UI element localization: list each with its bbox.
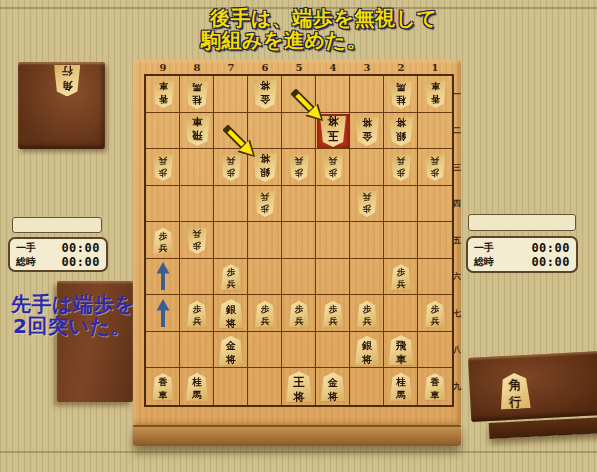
piece-桂馬[interactable]: 桂馬 — [390, 373, 412, 401]
move-time-label: 一手 — [474, 241, 494, 255]
clock-black: 一手 00:00 総時 00:00 — [466, 236, 578, 273]
board-square-4-8[interactable] — [316, 332, 350, 369]
piece-kanji: 兵 — [261, 316, 270, 328]
piece-kanji: 歩 — [363, 202, 372, 214]
piece-歩兵[interactable]: 歩兵 — [187, 301, 207, 327]
move-time-label: 一手 — [16, 241, 36, 255]
board-square-7-5[interactable] — [214, 222, 248, 259]
board-square-6-6[interactable] — [248, 259, 282, 296]
piece-kanji: 玉 — [327, 128, 339, 143]
piece-kanji: 歩 — [431, 166, 440, 178]
board-square-8-4[interactable] — [180, 186, 214, 223]
board-square-8-3[interactable] — [180, 149, 214, 186]
piece-kanji: 歩 — [261, 202, 270, 214]
piece-銀将[interactable]: 銀将 — [389, 117, 413, 146]
piece-kanji: 金 — [260, 92, 270, 106]
piece-kanji: 銀 — [260, 165, 270, 179]
board-square-7-4[interactable] — [214, 186, 248, 223]
piece-歩兵[interactable]: 歩兵 — [289, 301, 309, 327]
piece-歩兵[interactable]: 歩兵 — [289, 155, 309, 181]
clock-row: 総時 00:00 — [16, 255, 100, 269]
annotation-top: 後手は、端歩を無視して 駒組みを進めた。 — [201, 7, 437, 51]
piece-歩兵[interactable]: 歩兵 — [187, 228, 207, 254]
piece-kanji: 香 — [159, 376, 168, 389]
piece-kanji: 兵 — [159, 243, 168, 255]
piece-金将[interactable]: 金将 — [355, 117, 379, 146]
piece-kanji: 歩 — [329, 304, 338, 316]
board-square-2-7[interactable] — [384, 295, 418, 332]
board-square-1-2[interactable] — [418, 113, 452, 150]
piece-kanji: 兵 — [159, 154, 168, 166]
blue-arrow — [155, 261, 171, 292]
piece-kanji: 兵 — [193, 227, 202, 239]
tatami-seam — [0, 451, 597, 453]
rank-label-6: 六 — [453, 259, 462, 296]
piece-kanji: 香 — [431, 376, 440, 389]
board-square-2-5[interactable] — [384, 222, 418, 259]
move-time-value: 00:00 — [531, 241, 570, 255]
piece-歩兵[interactable]: 歩兵 — [425, 155, 445, 181]
rank-label-9: 九 — [453, 368, 462, 405]
total-time-value: 00:00 — [61, 255, 100, 269]
file-label-3: 3 — [350, 61, 384, 74]
piece-kanji: 歩 — [227, 166, 236, 178]
piece-kanji: 兵 — [363, 190, 372, 202]
clock-white: 一手 00:00 総時 00:00 — [8, 237, 108, 272]
clock-row: 一手 00:00 — [16, 241, 100, 255]
rank-label-4: 四 — [453, 186, 462, 223]
piece-香車[interactable]: 香車 — [153, 373, 174, 400]
file-label-9: 9 — [146, 61, 180, 74]
piece-kanji: 歩 — [227, 267, 236, 279]
board-square-1-6[interactable] — [418, 259, 452, 296]
rank-label-8: 八 — [453, 332, 462, 369]
board-square-5-5[interactable] — [282, 222, 316, 259]
rank-label-1: 一 — [453, 76, 462, 113]
rank-label-2: 二 — [453, 113, 462, 150]
piece-kanji: 車 — [192, 115, 203, 129]
piece-飛車[interactable]: 飛車 — [389, 335, 414, 365]
board-square-5-8[interactable] — [282, 332, 316, 369]
board-square-9-4[interactable] — [146, 186, 180, 223]
piece-桂馬[interactable]: 桂馬 — [186, 373, 208, 401]
piece-kanji: 桂 — [192, 376, 202, 389]
board-square-7-9[interactable] — [214, 368, 248, 405]
total-time-value: 00:00 — [531, 255, 570, 269]
board-square-3-9[interactable] — [350, 368, 384, 405]
piece-歩兵[interactable]: 歩兵 — [425, 301, 445, 327]
file-label-2: 2 — [384, 61, 418, 74]
board-square-8-6[interactable] — [180, 259, 214, 296]
piece-kanji: 歩 — [159, 231, 168, 243]
piece-kanji: 兵 — [295, 316, 304, 328]
piece-kanji: 兵 — [363, 316, 372, 328]
piece-kanji: 香 — [159, 92, 168, 105]
piece-kanji: 歩 — [193, 304, 202, 316]
file-label-4: 4 — [316, 61, 350, 74]
yellow-arrow — [223, 125, 257, 159]
board-square-9-2[interactable] — [146, 113, 180, 150]
piece-歩兵[interactable]: 歩兵 — [323, 155, 343, 181]
piece-kanji: 歩 — [295, 166, 304, 178]
piece-kanji: 馬 — [192, 79, 202, 92]
annotation-left: 先手は端歩を 2回突いた。 — [11, 293, 135, 337]
piece-歩兵[interactable]: 歩兵 — [323, 301, 343, 327]
piece-kanji: 兵 — [261, 190, 270, 202]
piece-kanji: 兵 — [193, 316, 202, 328]
piece-銀将[interactable]: 銀将 — [355, 336, 379, 365]
file-label-7: 7 — [214, 61, 248, 74]
board-square-9-8[interactable] — [146, 332, 180, 369]
piece-kanji: 角 — [508, 377, 521, 395]
board-square-8-8[interactable] — [180, 332, 214, 369]
piece-金将[interactable]: 金将 — [219, 336, 243, 365]
black-piece-stand-front — [489, 417, 597, 439]
shogi-app: 一手 00:00 総時 00:00 一手 00:00 総時 00:00 後手は、… — [0, 0, 597, 472]
annotation-left-line1: 先手は端歩を — [11, 293, 135, 315]
piece-kanji: 歩 — [329, 166, 338, 178]
board-square-1-5[interactable] — [418, 222, 452, 259]
piece-kanji: 金 — [362, 128, 372, 142]
board-square-7-1[interactable] — [214, 76, 248, 113]
board-square-1-4[interactable] — [418, 186, 452, 223]
board-square-4-6[interactable] — [316, 259, 350, 296]
piece-桂馬[interactable]: 桂馬 — [186, 81, 208, 109]
rank-label-3: 三 — [453, 149, 462, 186]
piece-歩兵[interactable]: 歩兵 — [153, 228, 173, 254]
piece-kanji: 角 — [62, 78, 73, 93]
piece-kanji: 銀 — [226, 303, 236, 317]
piece-kanji: 兵 — [431, 316, 440, 328]
board-front-face — [133, 425, 461, 446]
piece-歩兵[interactable]: 歩兵 — [391, 264, 411, 290]
piece-歩兵[interactable]: 歩兵 — [255, 301, 275, 327]
piece-kanji: 金 — [226, 339, 236, 353]
piece-kanji: 歩 — [295, 304, 304, 316]
piece-kanji: 王 — [293, 375, 305, 390]
board-square-1-8[interactable] — [418, 332, 452, 369]
piece-kanji: 馬 — [396, 79, 406, 92]
player-name-plate-white — [12, 217, 102, 233]
board-square-5-6[interactable] — [282, 259, 316, 296]
piece-kanji: 銀 — [362, 339, 372, 353]
piece-香車[interactable]: 香車 — [425, 373, 446, 400]
piece-kanji: 兵 — [329, 316, 338, 328]
total-time-label: 総時 — [16, 255, 36, 269]
piece-銀将[interactable]: 銀将 — [219, 299, 243, 328]
piece-王将[interactable]: 王将 — [286, 371, 312, 402]
file-label-5: 5 — [282, 61, 316, 74]
board-square-3-6[interactable] — [350, 259, 384, 296]
piece-kanji: 兵 — [329, 154, 338, 166]
total-time-label: 総時 — [474, 255, 494, 269]
clock-row: 総時 00:00 — [474, 255, 570, 269]
piece-歩兵[interactable]: 歩兵 — [357, 301, 377, 327]
piece-kanji: 歩 — [397, 267, 406, 279]
piece-kanji: 行 — [62, 63, 73, 78]
annotation-top-line1: 後手は、端歩を無視して — [201, 7, 437, 29]
board-square-6-8[interactable] — [248, 332, 282, 369]
piece-kanji: 歩 — [397, 166, 406, 178]
piece-kanji: 歩 — [159, 166, 168, 178]
piece-kanji: 歩 — [431, 304, 440, 316]
board-square-3-5[interactable] — [350, 222, 384, 259]
piece-歩兵[interactable]: 歩兵 — [391, 155, 411, 181]
piece-kanji: 馬 — [396, 389, 406, 402]
piece-kanji: 兵 — [431, 154, 440, 166]
piece-kanji: 車 — [396, 353, 407, 367]
black-piece-stand — [468, 351, 597, 422]
annotation-left-line2: 2回突いた。 — [11, 315, 135, 337]
board-square-5-4[interactable] — [282, 186, 316, 223]
piece-kanji: 歩 — [363, 304, 372, 316]
board-square-6-5[interactable] — [248, 222, 282, 259]
rank-label-7: 七 — [453, 295, 462, 332]
piece-金将[interactable]: 金将 — [321, 372, 345, 401]
yellow-arrow — [291, 89, 325, 123]
piece-kanji: 歩 — [193, 239, 202, 251]
rank-label-5: 五 — [453, 222, 462, 259]
piece-歩兵[interactable]: 歩兵 — [153, 155, 173, 181]
piece-kanji: 飛 — [192, 129, 203, 143]
piece-kanji: 銀 — [396, 128, 406, 142]
piece-kanji: 馬 — [192, 389, 202, 402]
piece-kanji: 兵 — [295, 154, 304, 166]
board-square-6-9[interactable] — [248, 368, 282, 405]
piece-歩兵[interactable]: 歩兵 — [221, 264, 241, 290]
file-label-8: 8 — [180, 61, 214, 74]
piece-kanji: 香 — [431, 92, 440, 105]
piece-kanji: 兵 — [227, 279, 236, 291]
board-square-2-4[interactable] — [384, 186, 418, 223]
board-square-4-5[interactable] — [316, 222, 350, 259]
blue-arrow — [155, 298, 171, 329]
clock-row: 一手 00:00 — [474, 241, 570, 255]
player-name-plate-black — [468, 214, 576, 231]
piece-kanji: 桂 — [396, 376, 406, 389]
annotation-top-line2: 駒組みを進めた。 — [201, 29, 437, 51]
board-square-4-4[interactable] — [316, 186, 350, 223]
board-square-3-3[interactable] — [350, 149, 384, 186]
piece-kanji: 歩 — [261, 304, 270, 316]
file-label-1: 1 — [418, 61, 452, 74]
board-square-3-1[interactable] — [350, 76, 384, 113]
piece-kanji: 兵 — [397, 279, 406, 291]
piece-kanji: 兵 — [397, 154, 406, 166]
move-time-value: 00:00 — [61, 241, 100, 255]
file-label-6: 6 — [248, 61, 282, 74]
piece-桂馬[interactable]: 桂馬 — [390, 81, 412, 109]
piece-kanji: 桂 — [192, 92, 202, 105]
piece-kanji: 金 — [328, 376, 338, 390]
piece-kanji: 桂 — [396, 92, 406, 105]
piece-kanji: 飛 — [396, 339, 407, 353]
